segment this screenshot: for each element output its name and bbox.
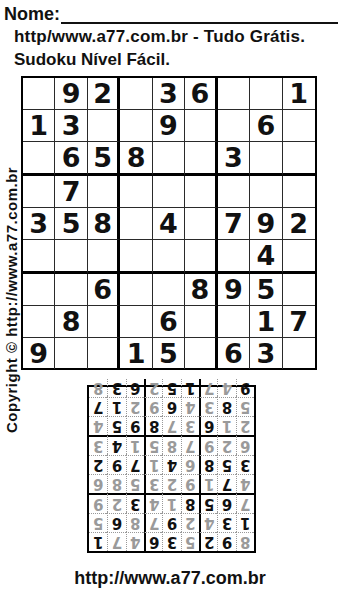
solution-cell: 8 bbox=[144, 416, 162, 435]
solution-cell: 3 bbox=[236, 455, 254, 474]
puzzle-cell[interactable] bbox=[218, 306, 250, 338]
solution-cell: 2 bbox=[236, 416, 254, 435]
puzzle-cell[interactable]: 9 bbox=[153, 110, 185, 142]
puzzle-cell[interactable]: 9 bbox=[55, 78, 87, 110]
puzzle-cell[interactable] bbox=[185, 142, 217, 176]
puzzle-cell[interactable]: 5 bbox=[88, 142, 120, 176]
solution-cell: 9 bbox=[126, 416, 144, 435]
puzzle-cell[interactable] bbox=[250, 176, 282, 208]
solution-cell: 3 bbox=[89, 435, 107, 455]
solution-cell: 4 bbox=[236, 474, 254, 493]
solution-cell: 8 bbox=[199, 455, 217, 474]
puzzle-cell[interactable]: 4 bbox=[153, 208, 185, 240]
solution-cell: 9 bbox=[144, 397, 162, 416]
puzzle-cell[interactable] bbox=[283, 274, 315, 306]
solution-cell: 8 bbox=[217, 397, 235, 416]
puzzle-cell[interactable]: 6 bbox=[185, 78, 217, 110]
puzzle-cell[interactable] bbox=[185, 338, 217, 369]
puzzle-cell[interactable]: 9 bbox=[218, 274, 250, 306]
solution-cell: 7 bbox=[107, 532, 125, 551]
puzzle-cell[interactable] bbox=[120, 110, 152, 142]
solution-cell: 4 bbox=[181, 397, 199, 416]
puzzle-cell[interactable] bbox=[55, 240, 87, 274]
puzzle-cell[interactable] bbox=[153, 176, 185, 208]
sudoku-solution-grid-rotated: 8925364711342978657658143294719235863586… bbox=[87, 385, 256, 553]
solution-cell: 1 bbox=[162, 493, 180, 513]
solution-cell: 5 bbox=[89, 513, 107, 532]
puzzle-cell[interactable]: 7 bbox=[283, 306, 315, 338]
solution-cell: 6 bbox=[107, 513, 125, 532]
solution-cell: 5 bbox=[162, 379, 180, 397]
solution-cell: 8 bbox=[236, 532, 254, 551]
solution-cell: 2 bbox=[217, 435, 235, 455]
puzzle-cell[interactable] bbox=[250, 142, 282, 176]
puzzle-cell[interactable]: 5 bbox=[55, 208, 87, 240]
site-title: http/www.a77.com.br - Tudo Grátis. bbox=[14, 27, 340, 47]
solution-cell: 6 bbox=[144, 532, 162, 551]
puzzle-cell[interactable] bbox=[55, 338, 87, 369]
puzzle-cell[interactable]: 7 bbox=[218, 208, 250, 240]
solution-cell: 5 bbox=[107, 416, 125, 435]
puzzle-cell[interactable]: 6 bbox=[153, 306, 185, 338]
solution-cell: 3 bbox=[181, 416, 199, 435]
puzzle-cell[interactable]: 3 bbox=[250, 338, 282, 369]
solution-cell: 8 bbox=[162, 435, 180, 455]
puzzle-cell[interactable]: 5 bbox=[153, 338, 185, 369]
solution-cell: 5 bbox=[144, 435, 162, 455]
puzzle-cell[interactable] bbox=[120, 176, 152, 208]
puzzle-cell[interactable]: 8 bbox=[120, 142, 152, 176]
solution-cell: 1 bbox=[236, 513, 254, 532]
solution-cell: 4 bbox=[162, 455, 180, 474]
sudoku-worksheet-page: Nome: http/www.a77.com.br - Tudo Grátis.… bbox=[0, 3, 340, 589]
solution-cell: 1 bbox=[126, 435, 144, 455]
puzzle-cell[interactable]: 6 bbox=[88, 274, 120, 306]
solution-cell: 7 bbox=[199, 379, 217, 397]
puzzle-cell[interactable] bbox=[283, 176, 315, 208]
solution-cell: 6 bbox=[217, 493, 235, 513]
name-blank-line bbox=[61, 3, 338, 24]
solution-cell: 3 bbox=[144, 474, 162, 493]
name-row: Nome: bbox=[4, 3, 338, 24]
puzzle-cell[interactable] bbox=[88, 176, 120, 208]
solution-cell: 4 bbox=[89, 416, 107, 435]
solution-cell: 7 bbox=[89, 397, 107, 416]
solution-cell: 8 bbox=[107, 474, 125, 493]
solution-cell: 6 bbox=[181, 455, 199, 474]
solution-cell: 4 bbox=[144, 493, 162, 513]
puzzle-cell[interactable]: 8 bbox=[55, 306, 87, 338]
solution-cell: 6 bbox=[199, 416, 217, 435]
solution-cell: 3 bbox=[217, 513, 235, 532]
solution-cell: 8 bbox=[89, 379, 107, 397]
puzzle-cell[interactable]: 2 bbox=[283, 208, 315, 240]
puzzle-cell[interactable] bbox=[218, 110, 250, 142]
puzzle-cell[interactable]: 1 bbox=[250, 306, 282, 338]
solution-cell: 7 bbox=[236, 493, 254, 513]
puzzle-cell[interactable] bbox=[120, 306, 152, 338]
puzzle-cell[interactable] bbox=[283, 240, 315, 274]
solution-cell: 1 bbox=[199, 474, 217, 493]
puzzle-cell[interactable]: 3 bbox=[55, 110, 87, 142]
puzzle-cell[interactable] bbox=[218, 176, 250, 208]
solution-cell: 6 bbox=[89, 474, 107, 493]
puzzle-cell[interactable] bbox=[23, 306, 55, 338]
solution-cell: 2 bbox=[89, 455, 107, 474]
solution-cell: 2 bbox=[162, 474, 180, 493]
puzzle-cell[interactable]: 1 bbox=[23, 110, 55, 142]
puzzle-cell[interactable] bbox=[55, 274, 87, 306]
footer-url: http://www.a77.com.br bbox=[0, 567, 340, 589]
puzzle-cell[interactable] bbox=[23, 176, 55, 208]
puzzle-cell[interactable]: 8 bbox=[185, 274, 217, 306]
solution-cell: 9 bbox=[236, 379, 254, 397]
solution-cell: 9 bbox=[217, 532, 235, 551]
solution-cell: 6 bbox=[126, 379, 144, 397]
puzzle-cell[interactable] bbox=[185, 110, 217, 142]
solution-cell: 4 bbox=[217, 379, 235, 397]
solution-cell: 5 bbox=[126, 474, 144, 493]
solution-cell: 7 bbox=[162, 416, 180, 435]
solution-cell: 1 bbox=[144, 455, 162, 474]
solution-cell: 1 bbox=[181, 379, 199, 397]
solution-cell: 7 bbox=[126, 455, 144, 474]
puzzle-cell[interactable]: 5 bbox=[250, 274, 282, 306]
puzzle-cell[interactable] bbox=[185, 240, 217, 274]
puzzle-cell[interactable] bbox=[153, 240, 185, 274]
puzzle-cell[interactable] bbox=[23, 240, 55, 274]
puzzle-cell[interactable]: 7 bbox=[55, 176, 87, 208]
puzzle-cell[interactable]: 6 bbox=[250, 110, 282, 142]
puzzle-cell[interactable] bbox=[185, 208, 217, 240]
solution-cell: 3 bbox=[199, 397, 217, 416]
solution-cell: 1 bbox=[89, 532, 107, 551]
name-label: Nome: bbox=[4, 4, 60, 24]
solution-cell: 5 bbox=[217, 455, 235, 474]
puzzle-cell[interactable] bbox=[153, 142, 185, 176]
puzzle-cell[interactable]: 6 bbox=[218, 338, 250, 369]
puzzle-cell[interactable] bbox=[120, 240, 152, 274]
solution-cell: 2 bbox=[126, 397, 144, 416]
solution-cell: 2 bbox=[144, 379, 162, 397]
solution-cell: 2 bbox=[199, 532, 217, 551]
puzzle-cell[interactable] bbox=[23, 78, 55, 110]
puzzle-cell[interactable] bbox=[120, 78, 152, 110]
solution-cell: 5 bbox=[236, 397, 254, 416]
solution-cell: 3 bbox=[126, 493, 144, 513]
sudoku-puzzle-grid[interactable]: 92361139665837358479246895861791563 bbox=[21, 76, 317, 370]
solution-cell: 1 bbox=[217, 416, 235, 435]
solution-cell: 7 bbox=[181, 435, 199, 455]
puzzle-cell[interactable] bbox=[218, 78, 250, 110]
puzzle-cell[interactable]: 3 bbox=[23, 208, 55, 240]
puzzle-cell[interactable] bbox=[88, 240, 120, 274]
puzzle-cell[interactable] bbox=[283, 142, 315, 176]
solution-cell: 2 bbox=[181, 513, 199, 532]
puzzle-cell[interactable]: 8 bbox=[88, 208, 120, 240]
puzzle-cell[interactable]: 1 bbox=[120, 338, 152, 369]
solution-cell: 1 bbox=[107, 397, 125, 416]
puzzle-cell[interactable] bbox=[88, 110, 120, 142]
solution-cell: 8 bbox=[126, 513, 144, 532]
solution-cell: 2 bbox=[107, 493, 125, 513]
puzzle-cell[interactable] bbox=[283, 110, 315, 142]
puzzle-cell[interactable] bbox=[88, 306, 120, 338]
puzzle-cell[interactable] bbox=[120, 208, 152, 240]
puzzle-level-title: Sudoku Nível Fácil. bbox=[14, 50, 340, 70]
puzzle-cell[interactable] bbox=[23, 274, 55, 306]
solution-cell: 9 bbox=[162, 513, 180, 532]
puzzle-cell[interactable] bbox=[283, 338, 315, 369]
puzzle-cell[interactable]: 9 bbox=[250, 208, 282, 240]
solution-cell: 6 bbox=[236, 435, 254, 455]
puzzle-cell[interactable] bbox=[250, 78, 282, 110]
solution-cell: 3 bbox=[107, 379, 125, 397]
puzzle-cell[interactable]: 1 bbox=[283, 78, 315, 110]
puzzle-cell[interactable]: 6 bbox=[55, 142, 87, 176]
puzzle-cell[interactable]: 4 bbox=[250, 240, 282, 274]
puzzle-cell[interactable] bbox=[185, 306, 217, 338]
puzzle-cell[interactable]: 3 bbox=[218, 142, 250, 176]
puzzle-cell[interactable] bbox=[153, 274, 185, 306]
puzzle-cell[interactable] bbox=[23, 142, 55, 176]
solution-cell: 7 bbox=[144, 513, 162, 532]
puzzle-cell[interactable]: 9 bbox=[23, 338, 55, 369]
solution-cell: 5 bbox=[199, 493, 217, 513]
puzzle-cell[interactable]: 2 bbox=[88, 78, 120, 110]
solution-cell: 7 bbox=[217, 474, 235, 493]
solution-cell: 5 bbox=[181, 532, 199, 551]
solution-cell: 9 bbox=[199, 435, 217, 455]
puzzle-cell[interactable] bbox=[88, 338, 120, 369]
solution-cell: 9 bbox=[107, 455, 125, 474]
solution-cell: 9 bbox=[181, 474, 199, 493]
solution-cell: 9 bbox=[89, 493, 107, 513]
solution-cell: 3 bbox=[162, 532, 180, 551]
puzzle-cell[interactable]: 3 bbox=[153, 78, 185, 110]
solution-cell: 4 bbox=[126, 532, 144, 551]
solution-cell: 6 bbox=[162, 397, 180, 416]
puzzle-cell[interactable] bbox=[185, 176, 217, 208]
puzzle-cell[interactable] bbox=[218, 240, 250, 274]
copyright-vertical-text: Copyright © http://www.a77.com.br bbox=[3, 167, 20, 433]
solution-cell: 4 bbox=[199, 513, 217, 532]
puzzle-cell[interactable] bbox=[120, 274, 152, 306]
solution-cell: 4 bbox=[107, 435, 125, 455]
solution-cell: 8 bbox=[181, 493, 199, 513]
